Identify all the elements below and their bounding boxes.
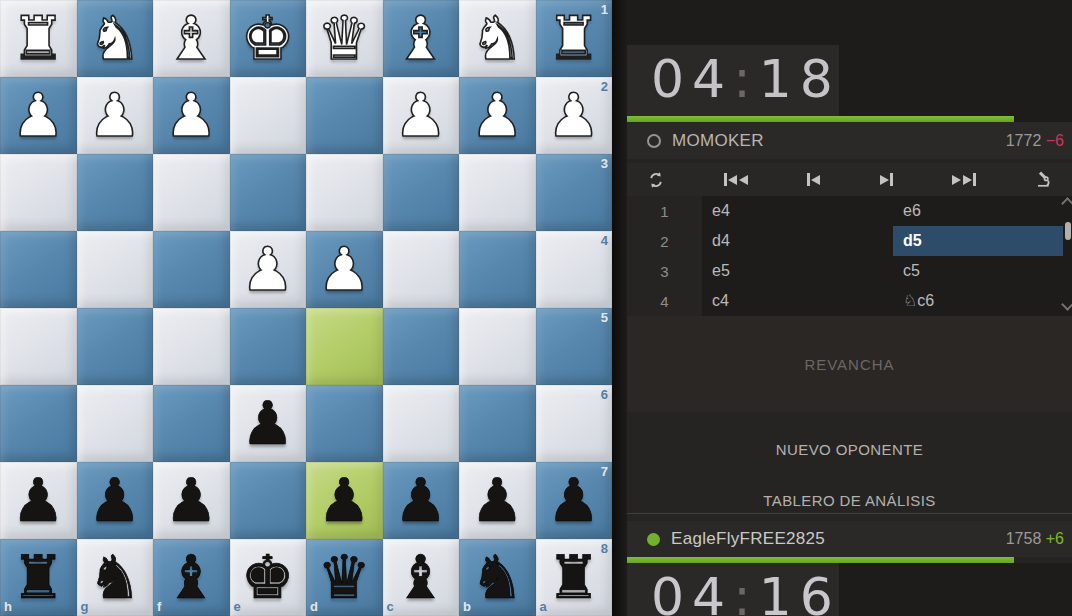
- move-black-1[interactable]: e6: [893, 196, 1063, 226]
- move-controls-toolbar: [627, 163, 1072, 196]
- square-b2[interactable]: ♟: [459, 77, 536, 154]
- rank-label-3: 3: [601, 156, 608, 171]
- player-rating-change: +6: [1046, 530, 1064, 547]
- square-a4[interactable]: 4: [536, 231, 613, 308]
- first-move-icon[interactable]: [724, 173, 748, 186]
- last-move-icon[interactable]: [952, 173, 976, 186]
- square-b6[interactable]: [459, 385, 536, 462]
- rank-label-8: 8: [601, 541, 608, 556]
- square-h7[interactable]: ♟: [0, 462, 77, 539]
- square-d2[interactable]: [306, 77, 383, 154]
- square-e7[interactable]: [230, 462, 307, 539]
- square-g6[interactable]: [77, 385, 154, 462]
- analysis-microscope-icon[interactable]: [1035, 171, 1052, 188]
- player-name[interactable]: EagleFlyFREE2825: [671, 529, 825, 549]
- rank-label-2: 2: [601, 79, 608, 94]
- square-d3[interactable]: [306, 154, 383, 231]
- square-h4[interactable]: [0, 231, 77, 308]
- file-label-c: c: [387, 599, 394, 614]
- lichess-game-screen: ♜♞♝♚♛♝♞1♜♟♟♟♟♟2♟3♟♟45♟6♟♟♟♟♟♟7♟h♜g♞f♝e♚d…: [0, 0, 1072, 616]
- square-h2[interactable]: ♟: [0, 77, 77, 154]
- square-b1[interactable]: ♞: [459, 0, 536, 77]
- online-green-dot-icon: [647, 533, 660, 546]
- white-knight[interactable]: ♞: [77, 0, 154, 77]
- square-b7[interactable]: ♟: [459, 462, 536, 539]
- black-pawn[interactable]: ♟: [383, 462, 460, 539]
- analysis-board-button[interactable]: TABLERO DE ANÁLISIS: [627, 492, 1072, 509]
- white-pawn[interactable]: ♟: [0, 77, 77, 154]
- file-label-b: b: [463, 599, 471, 614]
- file-label-a: a: [540, 599, 547, 614]
- rank-label-5: 5: [601, 310, 608, 325]
- player-clock: 04:16: [627, 563, 839, 616]
- rank-label-7: 7: [601, 464, 608, 479]
- player-row[interactable]: EagleFlyFREE2825 1758 +6: [627, 521, 1072, 557]
- square-c5[interactable]: [383, 308, 460, 385]
- white-pawn[interactable]: ♟: [459, 77, 536, 154]
- white-pawn[interactable]: ♟: [77, 77, 154, 154]
- square-e4[interactable]: ♟: [230, 231, 307, 308]
- white-player-circle-icon: [647, 134, 661, 148]
- square-c6[interactable]: [383, 385, 460, 462]
- game-sidebar: 04:18 MOMOKER 1772 −6: [627, 0, 1072, 616]
- square-d6[interactable]: [306, 385, 383, 462]
- black-pawn[interactable]: ♟: [77, 462, 154, 539]
- move-white-1[interactable]: e4: [702, 196, 893, 226]
- square-e3[interactable]: [230, 154, 307, 231]
- player-clock-time: 04:16: [627, 563, 839, 616]
- square-c1[interactable]: ♝: [383, 0, 460, 77]
- square-a6[interactable]: 6: [536, 385, 613, 462]
- square-g3[interactable]: [77, 154, 154, 231]
- square-f1[interactable]: ♝: [153, 0, 230, 77]
- square-g2[interactable]: ♟: [77, 77, 154, 154]
- square-e2[interactable]: [230, 77, 307, 154]
- square-a5[interactable]: 5: [536, 308, 613, 385]
- black-king[interactable]: ♚: [230, 539, 307, 616]
- square-d5[interactable]: [306, 308, 383, 385]
- white-pawn[interactable]: ♟: [153, 77, 230, 154]
- new-opponent-button[interactable]: NUEVO OPONENTE: [627, 441, 1072, 458]
- square-c4[interactable]: [383, 231, 460, 308]
- move-black-4[interactable]: ♘c6: [893, 286, 1063, 316]
- square-f3[interactable]: [153, 154, 230, 231]
- move-number: 4: [627, 293, 702, 310]
- move-white-2[interactable]: d4: [702, 226, 893, 256]
- opponent-rating: 1772: [1006, 132, 1042, 149]
- square-b8[interactable]: b♞: [459, 539, 536, 616]
- move-white-4[interactable]: c4: [702, 286, 893, 316]
- next-move-icon[interactable]: [880, 173, 893, 186]
- white-queen[interactable]: ♛: [306, 0, 383, 77]
- square-c8[interactable]: c♝: [383, 539, 460, 616]
- file-label-e: e: [234, 599, 241, 614]
- move-number: 2: [627, 233, 702, 250]
- square-b4[interactable]: [459, 231, 536, 308]
- section-divider: [627, 513, 1072, 514]
- white-pawn[interactable]: ♟: [306, 231, 383, 308]
- move-black-3[interactable]: c5: [893, 256, 1063, 286]
- square-e8[interactable]: e♚: [230, 539, 307, 616]
- move-list-scrollbar[interactable]: [1063, 196, 1072, 316]
- rank-label-4: 4: [601, 233, 608, 248]
- move-number: 3: [627, 263, 702, 280]
- square-g4[interactable]: [77, 231, 154, 308]
- square-a8[interactable]: 8a♜: [536, 539, 613, 616]
- square-f4[interactable]: [153, 231, 230, 308]
- square-f7[interactable]: ♟: [153, 462, 230, 539]
- file-label-d: d: [310, 599, 318, 614]
- square-g7[interactable]: ♟: [77, 462, 154, 539]
- white-bishop[interactable]: ♝: [383, 0, 460, 77]
- white-pawn[interactable]: ♟: [383, 77, 460, 154]
- move-row-1: 1e4e6: [627, 196, 1072, 226]
- square-b3[interactable]: [459, 154, 536, 231]
- black-pawn[interactable]: ♟: [230, 385, 307, 462]
- square-e5[interactable]: [230, 308, 307, 385]
- move-row-4: 4c4♘c6: [627, 286, 1072, 316]
- square-d8[interactable]: d♛: [306, 539, 383, 616]
- black-pawn[interactable]: ♟: [306, 462, 383, 539]
- square-a1[interactable]: 1♜: [536, 0, 613, 77]
- white-king[interactable]: ♚: [230, 0, 307, 77]
- square-c3[interactable]: [383, 154, 460, 231]
- square-d7[interactable]: ♟: [306, 462, 383, 539]
- square-d1[interactable]: ♛: [306, 0, 383, 77]
- square-e6[interactable]: ♟: [230, 385, 307, 462]
- square-f5[interactable]: [153, 308, 230, 385]
- square-h5[interactable]: [0, 308, 77, 385]
- square-g5[interactable]: [77, 308, 154, 385]
- square-f2[interactable]: ♟: [153, 77, 230, 154]
- black-pawn[interactable]: ♟: [0, 462, 77, 539]
- square-f8[interactable]: f♝: [153, 539, 230, 616]
- white-knight[interactable]: ♞: [459, 0, 536, 77]
- black-pawn[interactable]: ♟: [153, 462, 230, 539]
- flip-board-icon[interactable]: [647, 171, 665, 189]
- chess-board[interactable]: ♜♞♝♚♛♝♞1♜♟♟♟♟♟2♟3♟♟45♟6♟♟♟♟♟♟7♟h♜g♞f♝e♚d…: [0, 0, 612, 616]
- move-row-2: 2d4d5: [627, 226, 1072, 256]
- square-h1[interactable]: ♜: [0, 0, 77, 77]
- file-label-f: f: [157, 599, 161, 614]
- file-label-h: h: [4, 599, 12, 614]
- square-h6[interactable]: [0, 385, 77, 462]
- square-c2[interactable]: ♟: [383, 77, 460, 154]
- black-bishop[interactable]: ♝: [153, 539, 230, 616]
- move-black-2[interactable]: d5: [893, 226, 1063, 256]
- square-b5[interactable]: [459, 308, 536, 385]
- scrollbar-thumb[interactable]: [1065, 222, 1071, 240]
- white-bishop[interactable]: ♝: [153, 0, 230, 77]
- square-e1[interactable]: ♚: [230, 0, 307, 77]
- scroll-up-icon[interactable]: [1061, 197, 1072, 210]
- square-h8[interactable]: h♜: [0, 539, 77, 616]
- rank-label-1: 1: [601, 2, 608, 17]
- black-bishop[interactable]: ♝: [383, 539, 460, 616]
- white-pawn[interactable]: ♟: [230, 231, 307, 308]
- white-rook[interactable]: ♜: [0, 0, 77, 77]
- square-f6[interactable]: [153, 385, 230, 462]
- square-a2[interactable]: 2♟: [536, 77, 613, 154]
- previous-move-icon[interactable]: [807, 173, 820, 186]
- square-c7[interactable]: ♟: [383, 462, 460, 539]
- move-list[interactable]: 1e4e62d4d53e5c54c4♘c6: [627, 196, 1072, 316]
- board-sidebar-divider: [612, 0, 627, 616]
- opponent-clock: 04:18: [627, 45, 839, 116]
- file-label-g: g: [81, 599, 89, 614]
- move-row-3: 3e5c5: [627, 256, 1072, 286]
- rank-label-6: 6: [601, 387, 608, 402]
- opponent-name[interactable]: MOMOKER: [672, 131, 764, 151]
- opponent-clock-time: 04:18: [627, 45, 839, 113]
- player-rating: 1758: [1006, 530, 1042, 547]
- square-g8[interactable]: g♞: [77, 539, 154, 616]
- square-g1[interactable]: ♞: [77, 0, 154, 77]
- black-pawn[interactable]: ♟: [459, 462, 536, 539]
- move-number: 1: [627, 203, 702, 220]
- move-white-3[interactable]: e5: [702, 256, 893, 286]
- opponent-rating-change: −6: [1046, 132, 1064, 149]
- square-h3[interactable]: [0, 154, 77, 231]
- followup-actions: NUEVO OPONENTE TABLERO DE ANÁLISIS: [627, 412, 1072, 513]
- square-a3[interactable]: 3: [536, 154, 613, 231]
- opponent-player-row[interactable]: MOMOKER 1772 −6: [627, 122, 1072, 159]
- square-a7[interactable]: 7♟: [536, 462, 613, 539]
- square-d4[interactable]: ♟: [306, 231, 383, 308]
- scroll-down-icon[interactable]: [1061, 298, 1072, 311]
- rematch-button[interactable]: REVANCHA: [627, 316, 1072, 412]
